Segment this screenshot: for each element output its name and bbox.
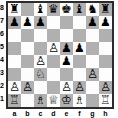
square-e8[interactable]: ♚ (60, 3, 73, 16)
file-label-f: f (73, 109, 86, 118)
square-a4[interactable] (8, 55, 21, 68)
file-label-c: c (34, 109, 47, 118)
square-b8[interactable] (21, 3, 34, 16)
piece-white-pawn: ♙ (100, 81, 111, 94)
piece-white-pawn: ♙ (9, 81, 20, 94)
square-a7[interactable]: ♟ (8, 16, 21, 29)
square-c6[interactable] (34, 29, 47, 42)
square-e5[interactable]: ♟ (60, 42, 73, 55)
square-g7[interactable]: ♟ (86, 16, 99, 29)
square-h6[interactable] (99, 29, 112, 42)
square-g1[interactable] (86, 94, 99, 107)
piece-white-pawn: ♙ (87, 68, 98, 81)
square-d4[interactable] (47, 55, 60, 68)
square-e7[interactable] (60, 16, 73, 29)
square-d6[interactable] (47, 29, 60, 42)
square-c2[interactable] (34, 81, 47, 94)
square-g4[interactable] (86, 55, 99, 68)
file-label-b: b (21, 109, 34, 118)
piece-black-bishop: ♝ (74, 3, 85, 16)
square-a6[interactable] (8, 29, 21, 42)
square-c5[interactable] (34, 42, 47, 55)
piece-white-pawn: ♙ (22, 81, 33, 94)
square-b7[interactable]: ♟ (21, 16, 34, 29)
piece-white-rook: ♖ (100, 94, 111, 107)
square-d7[interactable] (47, 16, 60, 29)
square-f6[interactable] (73, 29, 86, 42)
piece-white-pawn: ♙ (35, 55, 46, 68)
square-b4[interactable] (21, 55, 34, 68)
square-b1[interactable] (21, 94, 34, 107)
square-d5[interactable]: ♙ (47, 42, 60, 55)
square-a8[interactable]: ♜ (8, 3, 21, 16)
piece-black-pawn: ♟ (35, 16, 46, 29)
piece-white-queen: ♕ (48, 94, 59, 107)
square-a5[interactable] (8, 42, 21, 55)
square-e4[interactable]: ♟ (60, 55, 73, 68)
square-e2[interactable]: ♙ (60, 81, 73, 94)
piece-black-pawn: ♟ (61, 42, 72, 55)
piece-white-bishop: ♗ (35, 94, 46, 107)
square-c7[interactable]: ♟ (34, 16, 47, 29)
piece-black-pawn: ♟ (74, 42, 85, 55)
chess-board: ♜♝♛♚♝♞♜♟♟♟♟♟♙♟♟♙♟♘♙♙♙♙♙♙♖♗♕♔♗♖ (6, 1, 114, 109)
piece-black-rook: ♜ (100, 3, 111, 16)
square-e6[interactable] (60, 29, 73, 42)
file-labels: a b c d e f g h (8, 109, 118, 118)
square-b2[interactable]: ♙ (21, 81, 34, 94)
square-g6[interactable] (86, 29, 99, 42)
piece-black-knight: ♞ (87, 3, 98, 16)
square-d8[interactable]: ♛ (47, 3, 60, 16)
square-h5[interactable] (99, 42, 112, 55)
square-f2[interactable]: ♙ (73, 81, 86, 94)
piece-white-pawn: ♙ (61, 81, 72, 94)
square-e3[interactable] (60, 68, 73, 81)
piece-black-bishop: ♝ (35, 3, 46, 16)
square-c1[interactable]: ♗ (34, 94, 47, 107)
piece-white-bishop: ♗ (74, 94, 85, 107)
piece-white-pawn: ♙ (48, 42, 59, 55)
piece-black-queen: ♛ (48, 3, 59, 16)
square-g8[interactable]: ♞ (86, 3, 99, 16)
square-f1[interactable]: ♗ (73, 94, 86, 107)
square-g3[interactable]: ♙ (86, 68, 99, 81)
square-a1[interactable]: ♖ (8, 94, 21, 107)
board-area: 8 7 6 5 4 3 2 1 ♜♝♛♚♝♞♜♟♟♟♟♟♙♟♟♙♟♘♙♙♙♙♙♙… (0, 1, 118, 109)
square-c3[interactable]: ♘ (34, 68, 47, 81)
piece-white-king: ♔ (61, 94, 72, 107)
square-b5[interactable] (21, 42, 34, 55)
square-d1[interactable]: ♕ (47, 94, 60, 107)
square-h3[interactable] (99, 68, 112, 81)
piece-black-pawn: ♟ (87, 16, 98, 29)
file-label-g: g (86, 109, 99, 118)
square-h1[interactable]: ♖ (99, 94, 112, 107)
square-h2[interactable]: ♙ (99, 81, 112, 94)
file-label-a: a (8, 109, 21, 118)
piece-black-pawn: ♟ (22, 16, 33, 29)
square-a3[interactable] (8, 68, 21, 81)
piece-black-pawn: ♟ (9, 16, 20, 29)
square-g2[interactable] (86, 81, 99, 94)
square-b3[interactable] (21, 68, 34, 81)
file-label-d: d (47, 109, 60, 118)
chess-diagram: 8 7 6 5 4 3 2 1 ♜♝♛♚♝♞♜♟♟♟♟♟♙♟♟♙♟♘♙♙♙♙♙♙… (0, 0, 118, 118)
square-a2[interactable]: ♙ (8, 81, 21, 94)
square-h4[interactable] (99, 55, 112, 68)
square-h7[interactable]: ♟ (99, 16, 112, 29)
piece-white-knight: ♘ (35, 68, 46, 81)
piece-black-pawn: ♟ (61, 55, 72, 68)
square-f4[interactable] (73, 55, 86, 68)
file-label-e: e (60, 109, 73, 118)
piece-white-pawn: ♙ (74, 81, 85, 94)
square-d2[interactable] (47, 81, 60, 94)
file-label-h: h (99, 109, 112, 118)
square-f3[interactable] (73, 68, 86, 81)
square-e1[interactable]: ♔ (60, 94, 73, 107)
square-b6[interactable] (21, 29, 34, 42)
piece-black-king: ♚ (61, 3, 72, 16)
square-g5[interactable] (86, 42, 99, 55)
square-c4[interactable]: ♙ (34, 55, 47, 68)
piece-black-rook: ♜ (9, 3, 20, 16)
piece-black-pawn: ♟ (100, 16, 111, 29)
square-f5[interactable]: ♟ (73, 42, 86, 55)
square-c8[interactable]: ♝ (34, 3, 47, 16)
square-f8[interactable]: ♝ (73, 3, 86, 16)
piece-white-rook: ♖ (9, 94, 20, 107)
square-f7[interactable] (73, 16, 86, 29)
square-h8[interactable]: ♜ (99, 3, 112, 16)
square-d3[interactable] (47, 68, 60, 81)
